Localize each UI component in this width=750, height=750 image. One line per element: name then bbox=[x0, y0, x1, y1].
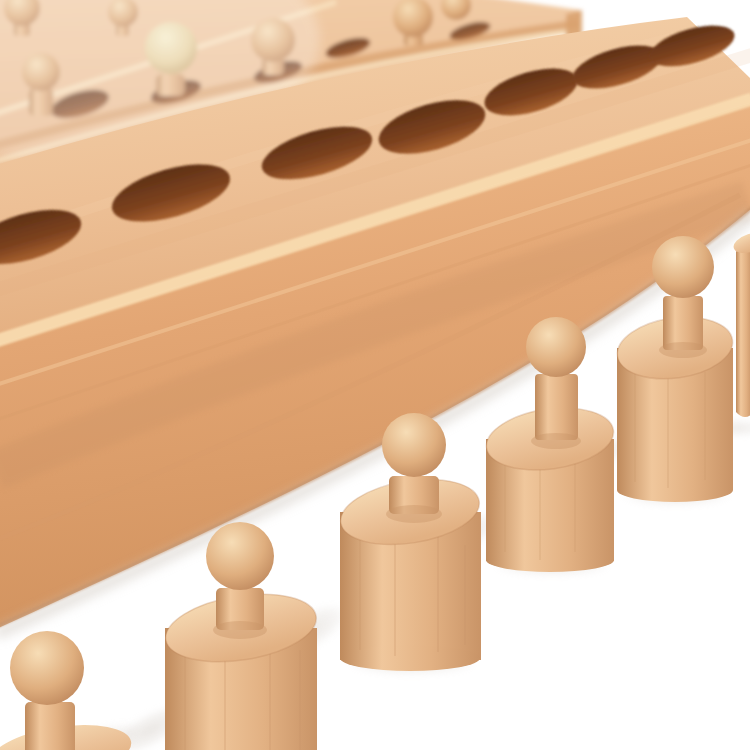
cylinder-body bbox=[736, 240, 750, 418]
knob-sphere bbox=[526, 317, 586, 377]
neck-collar bbox=[213, 621, 267, 639]
scene-photo bbox=[0, 0, 750, 750]
knob-sphere bbox=[652, 236, 714, 298]
knob-neck bbox=[663, 296, 703, 350]
knob-neck bbox=[25, 702, 75, 750]
neck-collar bbox=[531, 433, 581, 449]
knob-sphere bbox=[382, 413, 446, 477]
neck-collar bbox=[659, 342, 707, 358]
screenshot-root bbox=[0, 0, 750, 750]
knob-sphere bbox=[10, 631, 84, 705]
knob-sphere bbox=[206, 522, 274, 590]
neck-collar bbox=[386, 505, 442, 523]
knob-neck bbox=[535, 374, 578, 440]
